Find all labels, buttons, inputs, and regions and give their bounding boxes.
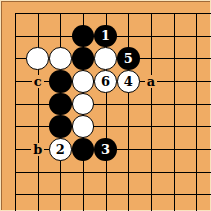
black-stone-move-1: 1 <box>94 25 117 48</box>
black-stone <box>72 138 95 161</box>
white-stone <box>94 47 117 70</box>
white-stone <box>72 93 95 116</box>
black-stone-move-5: 5 <box>117 47 140 70</box>
white-stone-move-4: 4 <box>117 70 140 93</box>
white-stone <box>49 47 72 70</box>
black-stone-move-3: 3 <box>94 138 117 161</box>
black-stone <box>72 25 95 48</box>
white-stone <box>72 115 95 138</box>
point-label-c: c <box>32 75 44 88</box>
white-stone <box>26 47 49 70</box>
black-stone <box>49 93 72 116</box>
black-stone <box>72 47 95 70</box>
go-board-diagram: 156423cab <box>0 0 211 211</box>
white-stone-move-2: 2 <box>49 138 72 161</box>
white-stone <box>72 70 95 93</box>
black-stone <box>49 70 72 93</box>
white-stone-move-6: 6 <box>94 70 117 93</box>
black-stone <box>49 115 72 138</box>
board-grid: 156423cab <box>4 2 208 206</box>
point-label-a: a <box>145 75 157 88</box>
point-label-b: b <box>31 143 44 156</box>
